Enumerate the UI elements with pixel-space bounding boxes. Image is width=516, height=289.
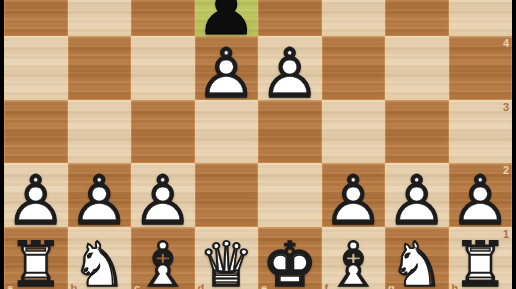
white-pawn-h2[interactable]: ♟♙ — [449, 163, 513, 227]
square-d5[interactable]: ♟ — [195, 0, 259, 36]
white-bishop-f1[interactable]: ♝♗ — [322, 227, 386, 289]
white-pawn-a2[interactable]: ♟♙ — [4, 163, 68, 227]
square-h1[interactable]: 1h♜♖ — [449, 227, 513, 289]
square-h5[interactable]: 5 — [449, 0, 513, 36]
square-e2[interactable] — [258, 163, 322, 227]
square-b1[interactable]: b♞♘ — [68, 227, 132, 289]
square-e5[interactable] — [258, 0, 322, 36]
white-knight-b1[interactable]: ♞♘ — [68, 227, 132, 289]
white-knight-g1[interactable]: ♞♘ — [385, 227, 449, 289]
square-a1[interactable]: a♜♖ — [4, 227, 68, 289]
square-g3[interactable] — [385, 100, 449, 164]
black-pawn-d5[interactable]: ♟ — [195, 0, 259, 36]
white-pawn-e4[interactable]: ♟♙ — [258, 36, 322, 100]
white-bishop-c1[interactable]: ♝♗ — [131, 227, 195, 289]
square-c2[interactable]: ♟♙ — [131, 163, 195, 227]
square-f3[interactable] — [322, 100, 386, 164]
square-h4[interactable]: 4 — [449, 36, 513, 100]
square-g1[interactable]: g♞♘ — [385, 227, 449, 289]
white-pawn-d4[interactable]: ♟♙ — [195, 36, 259, 100]
white-queen-d1[interactable]: ♛♕ — [195, 227, 259, 289]
rank-label-3: 3 — [503, 102, 509, 113]
square-a2[interactable]: ♟♙ — [4, 163, 68, 227]
video-frame: ♜♞♝♛♚♝♞8♜♟♟♟♟♟♟7♟6♟5♟♙♟♙43♟♙♟♙♟♙♟♙♟♙2♟♙a… — [0, 0, 516, 289]
square-h2[interactable]: 2♟♙ — [449, 163, 513, 227]
square-b4[interactable] — [68, 36, 132, 100]
square-a3[interactable] — [4, 100, 68, 164]
white-pawn-f2[interactable]: ♟♙ — [322, 163, 386, 227]
square-g2[interactable]: ♟♙ — [385, 163, 449, 227]
square-f1[interactable]: f♝♗ — [322, 227, 386, 289]
square-g5[interactable] — [385, 0, 449, 36]
square-f5[interactable] — [322, 0, 386, 36]
white-king-e1[interactable]: ♚♔ — [258, 227, 322, 289]
rank-label-4: 4 — [503, 38, 509, 49]
square-d4[interactable]: ♟♙ — [195, 36, 259, 100]
square-c5[interactable] — [131, 0, 195, 36]
white-pawn-b2[interactable]: ♟♙ — [68, 163, 132, 227]
square-b3[interactable] — [68, 100, 132, 164]
square-b2[interactable]: ♟♙ — [68, 163, 132, 227]
white-rook-a1[interactable]: ♜♖ — [4, 227, 68, 289]
square-c1[interactable]: c♝♗ — [131, 227, 195, 289]
square-e1[interactable]: e♚♔ — [258, 227, 322, 289]
square-d2[interactable] — [195, 163, 259, 227]
chess-board[interactable]: ♜♞♝♛♚♝♞8♜♟♟♟♟♟♟7♟6♟5♟♙♟♙43♟♙♟♙♟♙♟♙♟♙2♟♙a… — [4, 0, 512, 289]
square-g4[interactable] — [385, 36, 449, 100]
white-pawn-c2[interactable]: ♟♙ — [131, 163, 195, 227]
square-b5[interactable] — [68, 0, 132, 36]
square-d1[interactable]: d♛♕ — [195, 227, 259, 289]
square-f2[interactable]: ♟♙ — [322, 163, 386, 227]
square-h3[interactable]: 3 — [449, 100, 513, 164]
square-e4[interactable]: ♟♙ — [258, 36, 322, 100]
square-a5[interactable] — [4, 0, 68, 36]
square-f4[interactable] — [322, 36, 386, 100]
white-rook-h1[interactable]: ♜♖ — [449, 227, 513, 289]
white-pawn-g2[interactable]: ♟♙ — [385, 163, 449, 227]
square-c4[interactable] — [131, 36, 195, 100]
square-c3[interactable] — [131, 100, 195, 164]
square-a4[interactable] — [4, 36, 68, 100]
